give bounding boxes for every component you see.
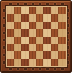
coordinate-inlay (67, 54, 70, 57)
square-c5 (21, 29, 28, 36)
square-d5 (29, 29, 36, 36)
coordinate-inlay (67, 61, 70, 64)
coordinate-inlay (32, 68, 35, 71)
square-c1 (21, 59, 28, 66)
square-d2 (29, 51, 36, 58)
board-frame (0, 0, 72, 73)
square-c6 (21, 22, 28, 29)
square-d3 (29, 44, 36, 51)
square-g3 (51, 44, 58, 51)
square-e6 (36, 22, 43, 29)
square-b1 (14, 59, 21, 66)
square-g1 (51, 59, 58, 66)
coordinate-inlay (54, 68, 57, 71)
coordinate-inlay (32, 3, 35, 6)
coordinate-inlay (9, 3, 12, 6)
square-a2 (7, 51, 14, 58)
square-h6 (58, 22, 65, 29)
square-g2 (51, 51, 58, 58)
square-e2 (36, 51, 43, 58)
square-b3 (14, 44, 21, 51)
square-e4 (36, 37, 43, 44)
square-h7 (58, 14, 65, 21)
chessboard-photo (0, 0, 74, 74)
coordinate-inlay (67, 9, 70, 12)
square-b7 (14, 14, 21, 21)
square-f5 (43, 29, 50, 36)
square-d7 (29, 14, 36, 21)
coordinate-inlay (67, 39, 70, 42)
square-h4 (58, 37, 65, 44)
square-g7 (51, 14, 58, 21)
square-e1 (36, 59, 43, 66)
square-h8 (58, 7, 65, 14)
square-e3 (36, 44, 43, 51)
square-b8 (14, 7, 21, 14)
square-g5 (51, 29, 58, 36)
coordinate-inlay (54, 3, 57, 6)
coordinate-inlay (39, 68, 42, 71)
square-h2 (58, 51, 65, 58)
square-e7 (36, 14, 43, 21)
coordinate-inlay (9, 68, 12, 71)
coordinate-inlay (67, 46, 70, 49)
square-h1 (58, 59, 65, 66)
coordinate-inlay (67, 32, 70, 35)
coordinate-inlay (61, 3, 64, 6)
frame-inlays-right (67, 7, 70, 66)
square-c7 (21, 14, 28, 21)
square-h5 (58, 29, 65, 36)
square-a8 (7, 7, 14, 14)
square-e8 (36, 7, 43, 14)
square-f6 (43, 22, 50, 29)
square-b5 (14, 29, 21, 36)
square-a7 (7, 14, 14, 21)
square-f8 (43, 7, 50, 14)
square-b2 (14, 51, 21, 58)
square-f7 (43, 14, 50, 21)
square-a1 (7, 59, 14, 66)
square-b4 (14, 37, 21, 44)
square-e5 (36, 29, 43, 36)
coordinate-inlay (39, 3, 42, 6)
coordinate-inlay (67, 24, 70, 27)
square-a6 (7, 22, 14, 29)
square-f2 (43, 51, 50, 58)
frame-inlays-bottom (7, 68, 66, 71)
square-a3 (7, 44, 14, 51)
square-d4 (29, 37, 36, 44)
square-g8 (51, 7, 58, 14)
square-c3 (21, 44, 28, 51)
coordinate-inlay (46, 68, 49, 71)
square-f1 (43, 59, 50, 66)
chess-board (6, 6, 67, 67)
square-c4 (21, 37, 28, 44)
coordinate-inlay (17, 68, 20, 71)
coordinate-inlay (24, 68, 27, 71)
square-a5 (7, 29, 14, 36)
square-d6 (29, 22, 36, 29)
square-c2 (21, 51, 28, 58)
square-c8 (21, 7, 28, 14)
square-g4 (51, 37, 58, 44)
square-b6 (14, 22, 21, 29)
coordinate-inlay (46, 3, 49, 6)
coordinate-inlay (17, 3, 20, 6)
square-h3 (58, 44, 65, 51)
square-f4 (43, 37, 50, 44)
square-d1 (29, 59, 36, 66)
square-g6 (51, 22, 58, 29)
coordinate-inlay (24, 3, 27, 6)
square-f3 (43, 44, 50, 51)
coordinate-inlay (61, 68, 64, 71)
square-a4 (7, 37, 14, 44)
square-d8 (29, 7, 36, 14)
coordinate-inlay (67, 17, 70, 20)
